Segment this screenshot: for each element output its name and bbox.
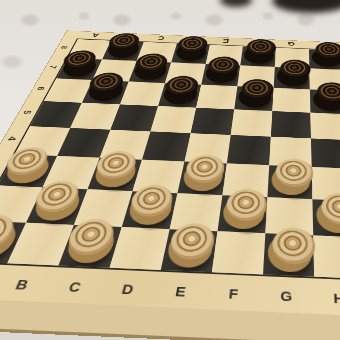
square-e6[interactable] (196, 85, 237, 110)
square-f1[interactable] (212, 231, 265, 274)
square-f5[interactable] (231, 109, 273, 136)
square-f4[interactable] (227, 135, 271, 165)
piece-light-g3[interactable] (271, 167, 309, 197)
square-g7[interactable] (274, 67, 310, 90)
square-g5[interactable] (271, 111, 311, 138)
square-d5[interactable] (150, 106, 196, 133)
square-e5[interactable] (191, 108, 235, 135)
square-e3[interactable] (177, 162, 226, 196)
rank-label-left-4: 4 (6, 136, 20, 141)
square-h6[interactable] (310, 90, 340, 115)
piece-light-e3[interactable] (181, 163, 223, 193)
checkers-board: ABCDEFGH 87654321 87654321 ABCDEFGH (0, 31, 340, 317)
square-c5[interactable] (110, 104, 158, 131)
piece-dark-c7[interactable] (132, 62, 168, 82)
file-label-bottom-e: E (174, 283, 187, 299)
square-d8[interactable] (171, 44, 210, 64)
square-d4[interactable] (142, 131, 191, 161)
piece-light-e1[interactable] (165, 232, 213, 270)
file-label-top-e: E (222, 38, 229, 44)
piece-light-d2[interactable] (126, 194, 173, 227)
square-d6[interactable] (158, 83, 201, 108)
square-g6[interactable] (272, 88, 310, 113)
rank-label-left-7: 7 (48, 65, 60, 68)
rank-label-left-6: 6 (35, 86, 48, 90)
square-g1[interactable] (263, 233, 314, 276)
piece-dark-e7[interactable] (204, 65, 237, 85)
piece-dark-b6[interactable] (86, 81, 126, 102)
square-a3[interactable] (0, 154, 57, 187)
square-g3[interactable] (267, 165, 312, 199)
square-h4[interactable] (311, 138, 340, 168)
file-label-bottom-f: F (228, 285, 239, 301)
piece-dark-d6[interactable] (161, 85, 198, 107)
photo-scene: ABCDEFGH 87654321 87654321 ABCDEFGH (0, 0, 340, 340)
file-label-top-c: C (156, 35, 165, 41)
rank-label-left-8: 8 (59, 46, 70, 49)
square-f2[interactable] (218, 195, 268, 233)
piece-light-h2[interactable] (316, 201, 340, 235)
square-h5[interactable] (310, 113, 340, 140)
square-f6[interactable] (234, 86, 273, 111)
perspective-container: ABCDEFGH 87654321 87654321 ABCDEFGH (0, 0, 340, 324)
file-label-top-a: A (90, 32, 100, 38)
file-label-top-f: F (255, 39, 261, 45)
piece-dark-b8[interactable] (105, 42, 141, 60)
square-h1[interactable] (313, 235, 340, 278)
piece-dark-g7[interactable] (277, 68, 308, 88)
file-label-top-d: D (189, 37, 197, 43)
piece-dark-f8[interactable] (243, 48, 273, 66)
file-label-bottom-h: H (333, 290, 340, 306)
piece-light-c3[interactable] (92, 160, 138, 189)
square-d2[interactable] (122, 191, 178, 229)
piece-dark-h8[interactable] (312, 50, 340, 68)
piece-light-b2[interactable] (31, 190, 84, 223)
file-label-top-h: H (320, 42, 327, 48)
board-perspective-wrapper: ABCDEFGH 87654321 87654321 ABCDEFGH (0, 0, 340, 324)
piece-dark-f6[interactable] (237, 88, 270, 110)
file-label-bottom-b: B (13, 276, 31, 292)
piece-light-f2[interactable] (221, 197, 263, 230)
file-label-top-g: G (288, 41, 295, 47)
rank-label-left-5: 5 (21, 110, 34, 114)
piece-light-c1[interactable] (63, 227, 117, 265)
piece-dark-h6[interactable] (313, 91, 340, 113)
piece-light-g1[interactable] (267, 236, 310, 274)
square-e7[interactable] (201, 64, 240, 86)
square-h8[interactable] (309, 49, 340, 70)
file-label-bottom-d: D (120, 281, 135, 297)
piece-dark-a7[interactable] (60, 59, 99, 78)
piece-dark-d8[interactable] (174, 45, 207, 63)
square-f8[interactable] (240, 46, 276, 67)
square-d1[interactable] (110, 227, 170, 270)
file-label-bottom-g: G (280, 288, 292, 304)
file-label-bottom-c: C (67, 279, 83, 295)
square-h2[interactable] (312, 199, 340, 237)
square-e1[interactable] (161, 229, 218, 272)
